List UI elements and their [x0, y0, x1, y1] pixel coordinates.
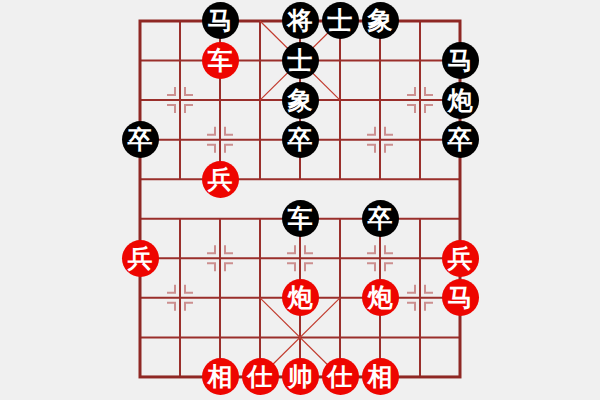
board-point — [320, 120, 360, 160]
board-point — [400, 357, 440, 397]
board-point — [400, 159, 440, 199]
board-point — [400, 1, 440, 41]
red-advisor-piece[interactable]: 仕 — [322, 358, 359, 395]
board-point — [240, 1, 280, 41]
board-point — [360, 41, 400, 81]
board-point — [120, 318, 160, 358]
board-point: 将 — [280, 1, 320, 41]
board-point — [160, 1, 200, 41]
board-point — [160, 278, 200, 318]
board-point — [200, 120, 240, 160]
black-cannon-piece[interactable]: 炮 — [442, 82, 479, 119]
board-grid: 马将士象车士马象炮卒卒卒兵车卒兵兵炮炮马相仕帅仕相 — [120, 1, 480, 396]
board-point — [240, 41, 280, 81]
black-soldier-piece[interactable]: 卒 — [122, 121, 159, 158]
board-point — [240, 159, 280, 199]
black-advisor-piece[interactable]: 士 — [282, 42, 319, 79]
black-horse-piece[interactable]: 马 — [202, 2, 239, 39]
board-point — [440, 199, 480, 239]
black-elephant-piece[interactable]: 象 — [362, 2, 399, 39]
board-point — [320, 278, 360, 318]
board-point — [160, 318, 200, 358]
board-point: 车 — [280, 199, 320, 239]
board-point: 炮 — [360, 278, 400, 318]
board-point — [120, 159, 160, 199]
black-horse-piece[interactable]: 马 — [442, 42, 479, 79]
board-point: 卒 — [280, 120, 320, 160]
board-point — [200, 278, 240, 318]
red-soldier-piece[interactable]: 兵 — [442, 240, 479, 277]
red-cannon-piece[interactable]: 炮 — [282, 279, 319, 316]
board-point — [120, 199, 160, 239]
board-point — [200, 318, 240, 358]
board-point — [280, 238, 320, 278]
black-soldier-piece[interactable]: 卒 — [362, 200, 399, 237]
red-advisor-piece[interactable]: 仕 — [242, 358, 279, 395]
red-horse-piece[interactable]: 马 — [442, 279, 479, 316]
board-point — [360, 318, 400, 358]
board-point — [320, 159, 360, 199]
board-point — [400, 199, 440, 239]
red-elephant-piece[interactable]: 相 — [362, 358, 399, 395]
board-point — [320, 318, 360, 358]
red-soldier-piece[interactable]: 兵 — [122, 240, 159, 277]
black-advisor-piece[interactable]: 士 — [322, 2, 359, 39]
black-chariot-piece[interactable]: 车 — [282, 200, 319, 237]
board-point — [280, 318, 320, 358]
board-point — [240, 80, 280, 120]
board-point — [320, 199, 360, 239]
board-point: 仕 — [240, 357, 280, 397]
board-point — [440, 318, 480, 358]
board-point — [320, 80, 360, 120]
board-point — [240, 120, 280, 160]
board-point: 车 — [200, 41, 240, 81]
board-point: 仕 — [320, 357, 360, 397]
red-cannon-piece[interactable]: 炮 — [362, 279, 399, 316]
xiangqi-board-screenshot: 马将士象车士马象炮卒卒卒兵车卒兵兵炮炮马相仕帅仕相 — [0, 0, 600, 400]
board-point — [360, 120, 400, 160]
board-point — [120, 278, 160, 318]
board-point: 相 — [200, 357, 240, 397]
board-point — [400, 278, 440, 318]
board-point — [440, 357, 480, 397]
board-point — [320, 238, 360, 278]
board-point — [120, 357, 160, 397]
board-point: 士 — [280, 41, 320, 81]
board-point: 士 — [320, 1, 360, 41]
board-point — [440, 159, 480, 199]
board-point: 卒 — [440, 120, 480, 160]
board-point — [160, 80, 200, 120]
red-chariot-piece[interactable]: 车 — [202, 42, 239, 79]
board-point — [200, 199, 240, 239]
red-elephant-piece[interactable]: 相 — [202, 358, 239, 395]
board-point — [160, 120, 200, 160]
board-point: 卒 — [120, 120, 160, 160]
board-point — [160, 41, 200, 81]
board-point — [400, 318, 440, 358]
board-point: 兵 — [440, 238, 480, 278]
board-point: 兵 — [120, 238, 160, 278]
board-point — [400, 41, 440, 81]
black-soldier-piece[interactable]: 卒 — [282, 121, 319, 158]
black-soldier-piece[interactable]: 卒 — [442, 121, 479, 158]
board-point — [320, 41, 360, 81]
board-point: 马 — [200, 1, 240, 41]
board-point — [240, 199, 280, 239]
board-point: 象 — [280, 80, 320, 120]
board-point — [400, 120, 440, 160]
board-point — [120, 80, 160, 120]
red-general-piece[interactable]: 帅 — [282, 358, 319, 395]
board-point: 兵 — [200, 159, 240, 199]
board-point: 马 — [440, 278, 480, 318]
board-point: 象 — [360, 1, 400, 41]
black-general-piece[interactable]: 将 — [282, 2, 319, 39]
board-point — [280, 159, 320, 199]
board-point — [440, 1, 480, 41]
board-point: 帅 — [280, 357, 320, 397]
board-point — [240, 318, 280, 358]
red-soldier-piece[interactable]: 兵 — [202, 161, 239, 198]
board-point: 相 — [360, 357, 400, 397]
board-point — [240, 238, 280, 278]
board-point — [360, 80, 400, 120]
board-point — [240, 278, 280, 318]
board-point — [160, 199, 200, 239]
board-point: 马 — [440, 41, 480, 81]
black-elephant-piece[interactable]: 象 — [282, 82, 319, 119]
board-point — [360, 159, 400, 199]
board-point — [160, 357, 200, 397]
board-point — [400, 238, 440, 278]
board-point: 炮 — [440, 80, 480, 120]
board-point: 卒 — [360, 199, 400, 239]
board-point — [200, 238, 240, 278]
board-point — [120, 41, 160, 81]
board-point — [200, 80, 240, 120]
board-point — [120, 1, 160, 41]
board-point — [160, 159, 200, 199]
board-point: 炮 — [280, 278, 320, 318]
board-point — [160, 238, 200, 278]
board-point — [400, 80, 440, 120]
board-point — [360, 238, 400, 278]
